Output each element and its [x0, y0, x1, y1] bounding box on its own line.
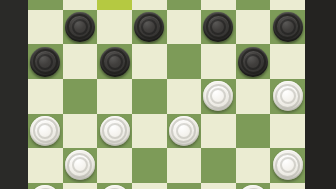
square-r1c4[interactable] [167, 10, 202, 45]
square-r1c5[interactable] [201, 10, 236, 45]
square-r2c1[interactable] [63, 44, 98, 79]
square-r6c5[interactable] [201, 183, 236, 189]
square-r1c1[interactable] [63, 10, 98, 45]
black-man[interactable] [203, 12, 233, 42]
square-r3c1[interactable] [63, 79, 98, 114]
piece-outer-ring [137, 14, 162, 39]
square-r0c1[interactable] [63, 0, 98, 10]
white-man[interactable] [100, 185, 130, 189]
white-man[interactable] [203, 81, 233, 111]
piece-outer-ring [102, 118, 127, 143]
white-man[interactable] [169, 116, 199, 146]
square-r2c6[interactable] [236, 44, 271, 79]
square-r4c4[interactable] [167, 114, 202, 149]
square-r3c5[interactable] [201, 79, 236, 114]
square-r1c6[interactable] [236, 10, 271, 45]
square-r5c6[interactable] [236, 148, 271, 183]
square-r1c7[interactable] [270, 10, 305, 45]
piece-inner-ring [280, 88, 296, 104]
piece-inner-ring [210, 19, 226, 35]
piece-inner-ring [72, 19, 88, 35]
square-r6c2[interactable] [97, 183, 132, 189]
square-r0c2[interactable] [97, 0, 132, 10]
black-man[interactable] [100, 47, 130, 77]
white-man[interactable] [30, 185, 60, 189]
square-r2c4[interactable] [167, 44, 202, 79]
piece-inner-ring [107, 123, 123, 139]
piece-outer-ring [241, 188, 266, 189]
piece-outer-ring [275, 84, 300, 109]
white-man[interactable] [273, 81, 303, 111]
square-r3c2[interactable] [97, 79, 132, 114]
square-r6c6[interactable] [236, 183, 271, 189]
square-r0c6[interactable] [236, 0, 271, 10]
white-man[interactable] [238, 185, 268, 189]
piece-inner-ring [37, 123, 53, 139]
piece-inner-ring [245, 54, 261, 70]
piece-inner-ring [107, 54, 123, 70]
square-r5c0[interactable] [28, 148, 63, 183]
black-man[interactable] [134, 12, 164, 42]
piece-inner-ring [210, 88, 226, 104]
piece-outer-ring [67, 153, 92, 178]
piece-inner-ring [72, 157, 88, 173]
square-r4c0[interactable] [28, 114, 63, 149]
square-r5c3[interactable] [132, 148, 167, 183]
right-app-background-bar [305, 0, 336, 189]
black-man[interactable] [65, 12, 95, 42]
piece-outer-ring [275, 14, 300, 39]
square-r2c7[interactable] [270, 44, 305, 79]
square-r4c6[interactable] [236, 114, 271, 149]
white-man[interactable] [273, 150, 303, 180]
piece-outer-ring [33, 118, 58, 143]
square-r4c7[interactable] [270, 114, 305, 149]
square-r0c7[interactable] [270, 0, 305, 10]
black-man[interactable] [30, 47, 60, 77]
square-r3c4[interactable] [167, 79, 202, 114]
square-r4c5[interactable] [201, 114, 236, 149]
square-r2c5[interactable] [201, 44, 236, 79]
piece-inner-ring [37, 54, 53, 70]
square-r3c6[interactable] [236, 79, 271, 114]
square-r0c4[interactable] [167, 0, 202, 10]
square-r1c0[interactable] [28, 10, 63, 45]
black-man[interactable] [238, 47, 268, 77]
square-r4c2[interactable] [97, 114, 132, 149]
square-r6c4[interactable] [167, 183, 202, 189]
square-r3c3[interactable] [132, 79, 167, 114]
square-r4c3[interactable] [132, 114, 167, 149]
piece-inner-ring [280, 157, 296, 173]
checkers-board [28, 0, 305, 189]
square-r6c3[interactable] [132, 183, 167, 189]
square-r3c7[interactable] [270, 79, 305, 114]
white-man[interactable] [100, 116, 130, 146]
square-r6c0[interactable] [28, 183, 63, 189]
piece-outer-ring [33, 49, 58, 74]
square-r0c0[interactable] [28, 0, 63, 10]
square-r0c3[interactable] [132, 0, 167, 10]
piece-outer-ring [206, 84, 231, 109]
piece-outer-ring [171, 118, 196, 143]
square-r2c2[interactable] [97, 44, 132, 79]
left-app-background-bar [0, 0, 28, 189]
white-man[interactable] [30, 116, 60, 146]
piece-inner-ring [280, 19, 296, 35]
checkers-app-screen [0, 0, 336, 189]
square-r3c0[interactable] [28, 79, 63, 114]
square-r4c1[interactable] [63, 114, 98, 149]
piece-outer-ring [102, 49, 127, 74]
square-r5c1[interactable] [63, 148, 98, 183]
square-r6c7[interactable] [270, 183, 305, 189]
square-r2c0[interactable] [28, 44, 63, 79]
piece-outer-ring [206, 14, 231, 39]
black-man[interactable] [273, 12, 303, 42]
piece-inner-ring [141, 19, 157, 35]
square-r5c5[interactable] [201, 148, 236, 183]
square-r0c5[interactable] [201, 0, 236, 10]
square-r6c1[interactable] [63, 183, 98, 189]
piece-outer-ring [241, 49, 266, 74]
piece-outer-ring [275, 153, 300, 178]
piece-outer-ring [33, 188, 58, 189]
square-r2c3[interactable] [132, 44, 167, 79]
square-r5c4[interactable] [167, 148, 202, 183]
piece-outer-ring [102, 188, 127, 189]
square-r1c2[interactable] [97, 10, 132, 45]
square-r1c3[interactable] [132, 10, 167, 45]
piece-outer-ring [67, 14, 92, 39]
white-man[interactable] [65, 150, 95, 180]
piece-inner-ring [176, 123, 192, 139]
square-r5c7[interactable] [270, 148, 305, 183]
square-r5c2[interactable] [97, 148, 132, 183]
